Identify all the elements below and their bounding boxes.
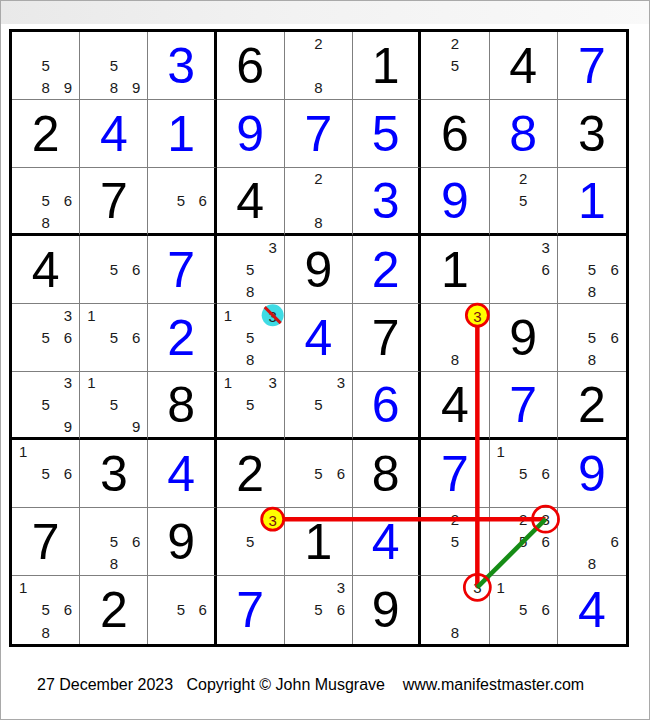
cell-r1c9[interactable]: 7 (558, 32, 626, 100)
cell-r3c7[interactable]: 9 (421, 168, 489, 236)
cell-r2c2[interactable]: 4 (80, 100, 148, 168)
cell-r6c2[interactable]: 159 (80, 372, 148, 440)
cell-r7c3[interactable]: 4 (148, 440, 216, 508)
candidate-5: 5 (170, 190, 192, 212)
solved-digit: 5 (353, 100, 418, 167)
cell-r9c2[interactable]: 2 (80, 576, 148, 644)
cell-r6c7[interactable]: 4 (421, 372, 489, 440)
candidate-3: 3 (57, 304, 79, 326)
cell-r6c6[interactable]: 6 (353, 372, 421, 440)
solved-digit: 1 (148, 100, 213, 167)
candidate-8: 8 (34, 77, 56, 99)
pencil-marks: 568 (558, 304, 626, 371)
candidate-3: 3 (534, 236, 556, 258)
pencil-marks: 1568 (12, 576, 79, 644)
cell-r1c4[interactable]: 6 (217, 32, 285, 100)
cell-r6c3[interactable]: 8 (148, 372, 216, 440)
solved-digit: 9 (421, 168, 488, 233)
cell-r5c5[interactable]: 4 (285, 304, 353, 372)
pencil-marks: 568 (12, 168, 79, 233)
candidate-2: 2 (512, 168, 534, 190)
candidate-5: 5 (512, 190, 534, 212)
cell-r7c4[interactable]: 2 (217, 440, 285, 508)
cell-r5c8[interactable]: 9 (490, 304, 558, 372)
cell-r8c3[interactable]: 9 (148, 508, 216, 576)
cell-r2c1[interactable]: 2 (12, 100, 80, 168)
cell-r3c4[interactable]: 4 (217, 168, 285, 236)
cell-r6c8[interactable]: 7 (490, 372, 558, 440)
cell-r5c4[interactable]: 1358 (217, 304, 285, 372)
candidate-3: 3 (534, 508, 556, 530)
candidate-5: 5 (307, 394, 329, 416)
cell-r1c2[interactable]: 589 (80, 32, 148, 100)
candidate-5: 5 (512, 530, 534, 552)
candidate-3: 3 (330, 576, 352, 599)
candidate-5: 5 (512, 462, 534, 484)
cell-r5c3[interactable]: 2 (148, 304, 216, 372)
pencil-marks: 28 (285, 32, 352, 99)
given-digit: 2 (217, 440, 284, 507)
cell-r4c8[interactable]: 36 (490, 236, 558, 304)
candidate-1: 1 (490, 576, 512, 599)
candidate-5: 5 (34, 190, 56, 212)
cell-r2c8[interactable]: 8 (490, 100, 558, 168)
cell-r1c6[interactable]: 1 (353, 32, 421, 100)
cell-r5c7[interactable]: 38 (421, 304, 489, 372)
cell-r9c7[interactable]: 38 (421, 576, 489, 644)
given-digit: 8 (148, 372, 213, 437)
candidate-3: 3 (261, 236, 283, 258)
cell-r1c7[interactable]: 25 (421, 32, 489, 100)
cell-r5c1[interactable]: 356 (12, 304, 80, 372)
cell-r6c4[interactable]: 135 (217, 372, 285, 440)
candidate-3: 3 (466, 304, 488, 326)
solved-digit: 3 (148, 32, 213, 99)
candidate-6: 6 (534, 530, 556, 552)
candidate-8: 8 (444, 621, 466, 644)
cell-r7c5[interactable]: 56 (285, 440, 353, 508)
cell-r2c6[interactable]: 5 (353, 100, 421, 168)
given-digit: 1 (285, 508, 352, 575)
candidate-2: 2 (307, 32, 329, 54)
cell-r1c1[interactable]: 589 (12, 32, 80, 100)
candidate-8: 8 (103, 77, 125, 99)
solved-digit: 7 (217, 576, 284, 644)
candidate-5: 5 (34, 599, 56, 622)
candidate-6: 6 (57, 599, 79, 622)
candidate-8: 8 (103, 553, 125, 575)
cell-r3c9[interactable]: 1 (558, 168, 626, 236)
solved-digit: 7 (421, 440, 488, 507)
solved-digit: 9 (217, 100, 284, 167)
candidate-3: 3 (261, 508, 283, 530)
footer-text: 27 December 2023 Copyright © John Musgra… (37, 676, 584, 694)
cell-r4c2[interactable]: 56 (80, 236, 148, 304)
given-digit: 2 (558, 372, 626, 437)
candidate-5: 5 (103, 54, 125, 76)
candidate-1: 1 (217, 372, 239, 394)
pencil-marks: 2356 (490, 508, 557, 575)
pencil-marks: 25 (421, 32, 488, 99)
cell-r5c2[interactable]: 156 (80, 304, 148, 372)
candidate-6: 6 (192, 190, 214, 212)
pencil-marks: 56 (148, 168, 213, 233)
solved-digit: 7 (285, 100, 352, 167)
pencil-marks: 359 (12, 372, 79, 437)
solved-digit: 7 (148, 236, 213, 303)
cell-r9c4[interactable]: 7 (217, 576, 285, 644)
cell-r3c3[interactable]: 56 (148, 168, 216, 236)
cell-r1c8[interactable]: 4 (490, 32, 558, 100)
candidate-8: 8 (34, 211, 56, 233)
pencil-marks: 36 (490, 236, 557, 303)
pencil-marks: 135 (217, 372, 284, 437)
cell-r4c5[interactable]: 9 (285, 236, 353, 304)
solved-digit: 7 (558, 32, 626, 99)
candidate-9: 9 (125, 77, 147, 99)
candidate-5: 5 (581, 326, 604, 348)
candidate-8: 8 (307, 77, 329, 99)
cell-r9c1[interactable]: 1568 (12, 576, 80, 644)
pencil-marks: 156 (80, 304, 147, 371)
candidate-9: 9 (125, 415, 147, 437)
candidate-5: 5 (170, 599, 192, 622)
cell-r2c9[interactable]: 3 (558, 100, 626, 168)
pencil-marks: 358 (217, 236, 284, 303)
candidate-5: 5 (34, 326, 56, 348)
pencil-marks: 25 (421, 508, 488, 575)
candidate-3: 3 (261, 304, 283, 326)
candidate-6: 6 (330, 599, 352, 622)
candidate-6: 6 (603, 326, 626, 348)
pencil-marks: 156 (12, 440, 79, 507)
solved-digit: 2 (148, 304, 213, 371)
pencil-marks: 159 (80, 372, 147, 437)
candidate-5: 5 (239, 394, 261, 416)
pencil-marks: 25 (490, 168, 557, 233)
candidate-5: 5 (239, 530, 261, 552)
cell-r7c2[interactable]: 3 (80, 440, 148, 508)
cell-r8c2[interactable]: 568 (80, 508, 148, 576)
candidate-8: 8 (307, 211, 329, 233)
page: 333 589589362812547241975683568756428392… (0, 0, 650, 720)
candidate-8: 8 (581, 553, 604, 575)
cell-r6c1[interactable]: 359 (12, 372, 80, 440)
solved-digit: 4 (285, 304, 352, 371)
candidate-1: 1 (12, 576, 34, 599)
pencil-marks: 56 (148, 576, 213, 644)
pencil-marks: 1358 (217, 304, 284, 371)
candidate-5: 5 (103, 394, 125, 416)
sudoku-grid: 333 589589362812547241975683568756428392… (9, 29, 629, 647)
cell-r3c2[interactable]: 7 (80, 168, 148, 236)
given-digit: 3 (80, 440, 147, 507)
candidate-5: 5 (239, 326, 261, 348)
candidate-8: 8 (581, 349, 604, 371)
top-gradient-bar (1, 1, 649, 24)
cell-r2c3[interactable]: 1 (148, 100, 216, 168)
candidate-1: 1 (490, 440, 512, 462)
candidate-1: 1 (217, 304, 239, 326)
cell-r4c3[interactable]: 7 (148, 236, 216, 304)
pencil-marks: 38 (421, 304, 488, 371)
candidate-2: 2 (444, 32, 466, 54)
cell-r6c5[interactable]: 35 (285, 372, 353, 440)
solved-digit: 1 (558, 168, 626, 233)
cell-r7c6[interactable]: 8 (353, 440, 421, 508)
cell-r3c6[interactable]: 3 (353, 168, 421, 236)
pencil-marks: 589 (80, 32, 147, 99)
cell-r8c7[interactable]: 25 (421, 508, 489, 576)
candidate-3: 3 (57, 372, 79, 394)
candidate-5: 5 (103, 530, 125, 552)
given-digit: 4 (217, 168, 284, 233)
solved-digit: 3 (353, 168, 418, 233)
candidate-6: 6 (57, 326, 79, 348)
candidate-5: 5 (103, 326, 125, 348)
cell-r8c8[interactable]: 2356 (490, 508, 558, 576)
cell-r5c9[interactable]: 568 (558, 304, 626, 372)
solved-digit: 9 (558, 440, 626, 507)
given-digit: 9 (353, 576, 418, 644)
pencil-marks: 356 (285, 576, 352, 644)
pencil-marks: 356 (12, 304, 79, 371)
candidate-6: 6 (603, 258, 626, 280)
candidate-8: 8 (239, 349, 261, 371)
cell-r3c1[interactable]: 568 (12, 168, 80, 236)
cell-r4c9[interactable]: 568 (558, 236, 626, 304)
candidate-9: 9 (57, 77, 79, 99)
cell-r2c7[interactable]: 6 (421, 100, 489, 168)
given-digit: 3 (558, 100, 626, 167)
candidate-5: 5 (34, 394, 56, 416)
cell-r9c5[interactable]: 356 (285, 576, 353, 644)
solved-digit: 4 (558, 576, 626, 644)
cell-r7c9[interactable]: 9 (558, 440, 626, 508)
cell-r3c8[interactable]: 25 (490, 168, 558, 236)
candidate-6: 6 (125, 530, 147, 552)
given-digit: 1 (421, 236, 488, 303)
candidate-5: 5 (444, 54, 466, 76)
cell-r9c3[interactable]: 56 (148, 576, 216, 644)
candidate-6: 6 (125, 326, 147, 348)
given-digit: 6 (421, 100, 488, 167)
given-digit: 7 (12, 508, 79, 575)
solved-digit: 6 (353, 372, 418, 437)
cell-r7c7[interactable]: 7 (421, 440, 489, 508)
solved-digit: 8 (490, 100, 557, 167)
cell-r9c8[interactable]: 156 (490, 576, 558, 644)
cell-r4c7[interactable]: 1 (421, 236, 489, 304)
solved-digit: 4 (148, 440, 213, 507)
candidate-2: 2 (307, 168, 329, 190)
pencil-marks: 568 (558, 236, 626, 303)
pencil-marks: 35 (285, 372, 352, 437)
candidate-6: 6 (192, 599, 214, 622)
cell-r4c6[interactable]: 2 (353, 236, 421, 304)
candidate-6: 6 (603, 530, 626, 552)
candidate-5: 5 (307, 462, 329, 484)
candidate-8: 8 (34, 621, 56, 644)
candidate-8: 8 (581, 281, 604, 303)
pencil-marks: 28 (285, 168, 352, 233)
candidate-5: 5 (103, 258, 125, 280)
given-digit: 4 (421, 372, 488, 437)
cell-r1c3[interactable]: 3 (148, 32, 216, 100)
given-digit: 7 (353, 304, 418, 371)
candidate-3: 3 (261, 372, 283, 394)
pencil-marks: 68 (558, 508, 626, 575)
solved-digit: 7 (490, 372, 557, 437)
given-digit: 2 (80, 576, 147, 644)
solved-digit: 2 (353, 236, 418, 303)
given-digit: 9 (148, 508, 213, 575)
cell-r7c1[interactable]: 156 (12, 440, 80, 508)
candidate-5: 5 (239, 258, 261, 280)
given-digit: 8 (353, 440, 418, 507)
given-digit: 4 (12, 236, 79, 303)
candidate-5: 5 (444, 530, 466, 552)
candidate-6: 6 (534, 599, 556, 622)
given-digit: 2 (12, 100, 79, 167)
candidate-3: 3 (466, 576, 488, 599)
given-digit: 4 (490, 32, 557, 99)
cell-r3c5[interactable]: 28 (285, 168, 353, 236)
cell-r8c6[interactable]: 4 (353, 508, 421, 576)
candidate-6: 6 (125, 258, 147, 280)
given-digit: 1 (353, 32, 418, 99)
solved-digit: 4 (80, 100, 147, 167)
candidate-3: 3 (330, 372, 352, 394)
given-digit: 9 (490, 304, 557, 371)
cell-r4c1[interactable]: 4 (12, 236, 80, 304)
candidate-9: 9 (57, 415, 79, 437)
candidate-6: 6 (534, 462, 556, 484)
pencil-marks: 589 (12, 32, 79, 99)
candidate-6: 6 (57, 190, 79, 212)
candidate-5: 5 (307, 599, 329, 622)
candidate-5: 5 (581, 258, 604, 280)
candidate-6: 6 (330, 462, 352, 484)
candidate-5: 5 (512, 599, 534, 622)
candidate-2: 2 (512, 508, 534, 530)
cell-r8c5[interactable]: 1 (285, 508, 353, 576)
candidate-6: 6 (57, 462, 79, 484)
candidate-1: 1 (80, 304, 102, 326)
given-digit: 6 (217, 32, 284, 99)
pencil-marks: 56 (80, 236, 147, 303)
pencil-marks: 156 (490, 576, 557, 644)
given-digit: 7 (80, 168, 147, 233)
candidate-1: 1 (80, 372, 102, 394)
given-digit: 9 (285, 236, 352, 303)
cell-r7c8[interactable]: 156 (490, 440, 558, 508)
cell-r4c4[interactable]: 358 (217, 236, 285, 304)
pencil-marks: 156 (490, 440, 557, 507)
cell-r2c5[interactable]: 7 (285, 100, 353, 168)
cell-r8c9[interactable]: 68 (558, 508, 626, 576)
candidate-1: 1 (12, 440, 34, 462)
solved-digit: 4 (353, 508, 418, 575)
pencil-marks: 568 (80, 508, 147, 575)
cell-r2c4[interactable]: 9 (217, 100, 285, 168)
pencil-marks: 35 (217, 508, 284, 575)
cell-r1c5[interactable]: 28 (285, 32, 353, 100)
cell-r5c6[interactable]: 7 (353, 304, 421, 372)
cell-r6c9[interactable]: 2 (558, 372, 626, 440)
cell-r8c4[interactable]: 35 (217, 508, 285, 576)
cell-r9c9[interactable]: 4 (558, 576, 626, 644)
cell-r8c1[interactable]: 7 (12, 508, 80, 576)
pencil-marks: 56 (285, 440, 352, 507)
cell-r9c6[interactable]: 9 (353, 576, 421, 644)
pencil-marks: 38 (421, 576, 488, 644)
candidate-5: 5 (34, 54, 56, 76)
candidate-8: 8 (239, 281, 261, 303)
candidate-6: 6 (534, 258, 556, 280)
candidate-8: 8 (444, 349, 466, 371)
candidate-5: 5 (34, 462, 56, 484)
candidate-2: 2 (444, 508, 466, 530)
